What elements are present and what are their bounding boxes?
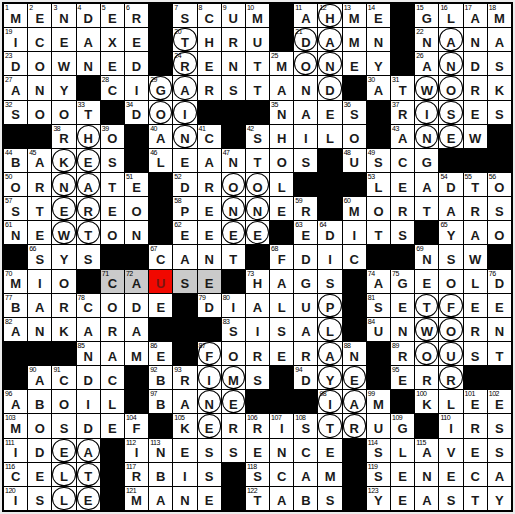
grid-cell-r3c2[interactable]: O bbox=[28, 52, 51, 75]
grid-cell-r9c20[interactable]: R bbox=[464, 197, 487, 220]
grid-cell-r12c1[interactable]: 70M bbox=[4, 270, 27, 293]
grid-cell-r5c20[interactable]: E bbox=[464, 101, 487, 124]
grid-cell-r3c6[interactable]: D bbox=[125, 52, 148, 75]
grid-cell-r5c2[interactable]: O bbox=[28, 101, 51, 124]
grid-cell-r16c11[interactable]: S bbox=[246, 366, 269, 389]
grid-cell-r1c10[interactable]: 9U bbox=[222, 4, 245, 27]
grid-cell-r10c3[interactable]: W bbox=[52, 221, 75, 244]
grid-cell-r10c10[interactable]: E bbox=[222, 221, 245, 244]
grid-cell-r9c1[interactable]: 57S bbox=[4, 197, 27, 220]
grid-cell-r15c21[interactable]: T bbox=[488, 342, 511, 365]
grid-cell-r10c6[interactable]: N bbox=[125, 221, 148, 244]
grid-cell-r14c13[interactable]: A bbox=[294, 318, 317, 341]
grid-cell-r16c7[interactable]: 92B bbox=[149, 366, 172, 389]
grid-cell-r4c7[interactable]: 29G bbox=[149, 76, 172, 99]
grid-cell-r15c7[interactable]: 86E bbox=[149, 342, 172, 365]
grid-cell-r19c9[interactable]: S bbox=[198, 439, 221, 462]
grid-cell-r12c21[interactable]: 76D bbox=[488, 270, 511, 293]
grid-cell-r7c11[interactable]: T bbox=[246, 149, 269, 172]
grid-cell-r2c10[interactable]: R bbox=[222, 28, 245, 51]
grid-cell-r16c13[interactable]: 94D bbox=[294, 366, 317, 389]
grid-cell-r6c5[interactable]: 39O bbox=[101, 125, 124, 148]
grid-cell-r5c13[interactable]: A bbox=[294, 101, 317, 124]
grid-cell-r13c4[interactable]: 78C bbox=[77, 294, 100, 317]
grid-cell-r8c8[interactable]: 52D bbox=[173, 173, 196, 196]
grid-cell-r13c1[interactable]: 77B bbox=[4, 294, 27, 317]
grid-cell-r4c18[interactable]: W bbox=[415, 76, 438, 99]
grid-cell-r3c16[interactable]: Y bbox=[367, 52, 390, 75]
grid-cell-r18c13[interactable]: 108S bbox=[294, 414, 317, 437]
grid-cell-r11c10[interactable]: T bbox=[222, 245, 245, 268]
grid-cell-r8c1[interactable]: 50O bbox=[4, 173, 27, 196]
grid-cell-r5c18[interactable]: I bbox=[415, 101, 438, 124]
grid-cell-r19c2[interactable]: D bbox=[28, 439, 51, 462]
grid-cell-r15c12[interactable]: E bbox=[270, 342, 293, 365]
grid-cell-r6c4[interactable]: H bbox=[77, 125, 100, 148]
grid-cell-r7c10[interactable]: 47N bbox=[222, 149, 245, 172]
grid-cell-r20c9[interactable]: S bbox=[198, 463, 221, 486]
grid-cell-r9c12[interactable]: E bbox=[270, 197, 293, 220]
grid-cell-r9c2[interactable]: T bbox=[28, 197, 51, 220]
grid-cell-r11c14[interactable]: I bbox=[318, 245, 341, 268]
grid-cell-r13c3[interactable]: R bbox=[52, 294, 75, 317]
grid-cell-r20c12[interactable]: C bbox=[270, 463, 293, 486]
grid-cell-r19c17[interactable]: L bbox=[391, 439, 414, 462]
grid-cell-r18c15[interactable]: R bbox=[343, 414, 366, 437]
grid-cell-r4c10[interactable]: S bbox=[222, 76, 245, 99]
grid-cell-r3c11[interactable]: T bbox=[246, 52, 269, 75]
grid-cell-r1c21[interactable]: 18M bbox=[488, 4, 511, 27]
grid-cell-r9c3[interactable]: E bbox=[52, 197, 75, 220]
grid-cell-r13c2[interactable]: A bbox=[28, 294, 51, 317]
grid-cell-r19c10[interactable]: S bbox=[222, 439, 245, 462]
grid-cell-r6c9[interactable]: 41C bbox=[198, 125, 221, 148]
grid-cell-r19c12[interactable]: N bbox=[270, 439, 293, 462]
grid-cell-r7c18[interactable]: G bbox=[415, 149, 438, 172]
grid-cell-r9c10[interactable]: N bbox=[222, 197, 245, 220]
grid-cell-r14c19[interactable]: O bbox=[439, 318, 462, 341]
grid-cell-r17c5[interactable]: L bbox=[101, 390, 124, 413]
grid-cell-r8c16[interactable]: 53L bbox=[367, 173, 390, 196]
grid-cell-r20c19[interactable]: E bbox=[439, 463, 462, 486]
grid-cell-r13c9[interactable]: 79D bbox=[198, 294, 221, 317]
grid-cell-r21c16[interactable]: 123Y bbox=[367, 487, 390, 510]
grid-cell-r17c19[interactable]: L bbox=[439, 390, 462, 413]
grid-cell-r1c15[interactable]: 13M bbox=[343, 4, 366, 27]
grid-cell-r7c1[interactable]: 44B bbox=[4, 149, 27, 172]
grid-cell-r21c12[interactable]: A bbox=[270, 487, 293, 510]
grid-cell-r16c18[interactable]: R bbox=[415, 366, 438, 389]
grid-cell-r20c3[interactable]: L bbox=[52, 463, 75, 486]
grid-cell-r17c15[interactable]: A bbox=[343, 390, 366, 413]
grid-cell-r18c11[interactable]: 106R bbox=[246, 414, 269, 437]
grid-cell-r4c13[interactable]: N bbox=[294, 76, 317, 99]
grid-cell-r2c21[interactable]: A bbox=[488, 28, 511, 51]
grid-cell-r17c18[interactable]: 100K bbox=[415, 390, 438, 413]
grid-cell-r9c9[interactable]: E bbox=[198, 197, 221, 220]
grid-cell-r7c13[interactable]: S bbox=[294, 149, 317, 172]
grid-cell-r6c8[interactable]: N bbox=[173, 125, 196, 148]
grid-cell-r5c19[interactable]: S bbox=[439, 101, 462, 124]
grid-cell-r19c6[interactable]: 112I bbox=[125, 439, 148, 462]
grid-cell-r7c12[interactable]: O bbox=[270, 149, 293, 172]
grid-cell-r20c4[interactable]: T bbox=[77, 463, 100, 486]
grid-cell-r7c5[interactable]: S bbox=[101, 149, 124, 172]
grid-cell-r5c6[interactable]: 34D bbox=[125, 101, 148, 124]
grid-cell-r2c13[interactable]: 21D bbox=[294, 28, 317, 51]
grid-cell-r4c11[interactable]: T bbox=[246, 76, 269, 99]
grid-cell-r12c13[interactable]: G bbox=[294, 270, 317, 293]
grid-cell-r20c17[interactable]: E bbox=[391, 463, 414, 486]
grid-cell-r2c6[interactable]: E bbox=[125, 28, 148, 51]
grid-cell-r18c14[interactable]: T bbox=[318, 414, 341, 437]
grid-cell-r13c6[interactable]: D bbox=[125, 294, 148, 317]
grid-cell-r20c14[interactable]: M bbox=[318, 463, 341, 486]
grid-cell-r12c19[interactable]: O bbox=[439, 270, 462, 293]
grid-cell-r8c2[interactable]: R bbox=[28, 173, 51, 196]
grid-cell-r2c2[interactable]: C bbox=[28, 28, 51, 51]
grid-cell-r21c9[interactable]: E bbox=[198, 487, 221, 510]
grid-cell-r2c5[interactable]: X bbox=[101, 28, 124, 51]
grid-cell-r20c11[interactable]: 118S bbox=[246, 463, 269, 486]
grid-cell-r1c6[interactable]: 6R bbox=[125, 4, 148, 27]
grid-cell-r20c20[interactable]: C bbox=[464, 463, 487, 486]
grid-cell-r3c19[interactable]: N bbox=[439, 52, 462, 75]
grid-cell-r18c6[interactable]: 104F bbox=[125, 414, 148, 437]
grid-cell-r21c8[interactable]: N bbox=[173, 487, 196, 510]
grid-cell-r12c5[interactable]: 71C bbox=[101, 270, 124, 293]
grid-cell-r6c17[interactable]: 43A bbox=[391, 125, 414, 148]
grid-cell-r6c20[interactable]: W bbox=[464, 125, 487, 148]
grid-cell-r2c19[interactable]: A bbox=[439, 28, 462, 51]
grid-cell-r14c1[interactable]: 82A bbox=[4, 318, 27, 341]
grid-cell-r7c7[interactable]: 46L bbox=[149, 149, 172, 172]
grid-cell-r13c14[interactable]: P bbox=[318, 294, 341, 317]
grid-cell-r3c4[interactable]: N bbox=[77, 52, 100, 75]
grid-cell-r11c3[interactable]: Y bbox=[52, 245, 75, 268]
grid-cell-r12c16[interactable]: 74A bbox=[367, 270, 390, 293]
grid-cell-r1c2[interactable]: 2E bbox=[28, 4, 51, 27]
grid-cell-r19c7[interactable]: 113N bbox=[149, 439, 172, 462]
grid-cell-r19c16[interactable]: 114S bbox=[367, 439, 390, 462]
grid-cell-r1c18[interactable]: 15G bbox=[415, 4, 438, 27]
grid-cell-r9c19[interactable]: A bbox=[439, 197, 462, 220]
grid-cell-r3c10[interactable]: N bbox=[222, 52, 245, 75]
grid-cell-r13c13[interactable]: U bbox=[294, 294, 317, 317]
grid-cell-r14c14[interactable]: L bbox=[318, 318, 341, 341]
grid-cell-r18c8[interactable]: 105K bbox=[173, 414, 196, 437]
grid-cell-r18c9[interactable]: E bbox=[198, 414, 221, 437]
grid-cell-r5c4[interactable]: 33T bbox=[77, 101, 100, 124]
grid-cell-r11c4[interactable]: S bbox=[77, 245, 100, 268]
grid-cell-r8c12[interactable]: L bbox=[270, 173, 293, 196]
grid-cell-r16c10[interactable]: M bbox=[222, 366, 245, 389]
grid-cell-r17c7[interactable]: 97B bbox=[149, 390, 172, 413]
grid-cell-r2c9[interactable]: H bbox=[198, 28, 221, 51]
grid-cell-r14c10[interactable]: 83S bbox=[222, 318, 245, 341]
grid-cell-r3c12[interactable]: 25M bbox=[270, 52, 293, 75]
grid-cell-r13c10[interactable]: 80I bbox=[222, 294, 245, 317]
grid-cell-r2c15[interactable]: M bbox=[343, 28, 366, 51]
grid-cell-r1c5[interactable]: 5E bbox=[101, 4, 124, 27]
grid-cell-r1c3[interactable]: 3N bbox=[52, 4, 75, 27]
grid-cell-r4c21[interactable]: K bbox=[488, 76, 511, 99]
grid-cell-r2c8[interactable]: 20T bbox=[173, 28, 196, 51]
grid-cell-r17c4[interactable]: I bbox=[77, 390, 100, 413]
grid-cell-r9c4[interactable]: R bbox=[77, 197, 100, 220]
grid-cell-r21c13[interactable]: B bbox=[294, 487, 317, 510]
grid-cell-r9c17[interactable]: R bbox=[391, 197, 414, 220]
grid-cell-r3c13[interactable]: O bbox=[294, 52, 317, 75]
grid-cell-r1c8[interactable]: 7S bbox=[173, 4, 196, 27]
grid-cell-r8c5[interactable]: T bbox=[101, 173, 124, 196]
grid-cell-r1c20[interactable]: 17A bbox=[464, 4, 487, 27]
grid-cell-r16c4[interactable]: D bbox=[77, 366, 100, 389]
grid-cell-r13c21[interactable]: E bbox=[488, 294, 511, 317]
grid-cell-r18c4[interactable]: D bbox=[77, 414, 100, 437]
grid-cell-r9c15[interactable]: 60M bbox=[343, 197, 366, 220]
grid-cell-r19c8[interactable]: E bbox=[173, 439, 196, 462]
grid-cell-r4c2[interactable]: N bbox=[28, 76, 51, 99]
grid-cell-r21c3[interactable]: L bbox=[52, 487, 75, 510]
grid-cell-r8c10[interactable]: O bbox=[222, 173, 245, 196]
grid-cell-r19c3[interactable]: E bbox=[52, 439, 75, 462]
grid-cell-r2c20[interactable]: N bbox=[464, 28, 487, 51]
grid-cell-r6c11[interactable]: 42S bbox=[246, 125, 269, 148]
grid-cell-r5c12[interactable]: 35N bbox=[270, 101, 293, 124]
grid-cell-r4c3[interactable]: Y bbox=[52, 76, 75, 99]
grid-cell-r21c17[interactable]: E bbox=[391, 487, 414, 510]
grid-cell-r6c12[interactable]: H bbox=[270, 125, 293, 148]
grid-cell-r3c1[interactable]: 23D bbox=[4, 52, 27, 75]
grid-cell-r17c10[interactable]: E bbox=[222, 390, 245, 413]
grid-cell-r13c20[interactable]: E bbox=[464, 294, 487, 317]
grid-cell-r16c9[interactable]: I bbox=[198, 366, 221, 389]
grid-cell-r3c21[interactable]: S bbox=[488, 52, 511, 75]
grid-cell-r3c15[interactable]: E bbox=[343, 52, 366, 75]
grid-cell-r18c16[interactable]: U bbox=[367, 414, 390, 437]
grid-cell-r11c2[interactable]: 66S bbox=[28, 245, 51, 268]
grid-cell-r17c8[interactable]: A bbox=[173, 390, 196, 413]
grid-cell-r13c11[interactable]: A bbox=[246, 294, 269, 317]
grid-cell-r3c8[interactable]: 24R bbox=[173, 52, 196, 75]
grid-cell-r2c14[interactable]: A bbox=[318, 28, 341, 51]
grid-cell-r9c5[interactable]: E bbox=[101, 197, 124, 220]
grid-cell-r1c14[interactable]: 12H bbox=[318, 4, 341, 27]
grid-cell-r3c9[interactable]: E bbox=[198, 52, 221, 75]
grid-cell-r19c14[interactable]: E bbox=[318, 439, 341, 462]
grid-cell-r5c15[interactable]: 36S bbox=[343, 101, 366, 124]
grid-cell-r6c14[interactable]: L bbox=[318, 125, 341, 148]
grid-cell-r1c13[interactable]: 11A bbox=[294, 4, 317, 27]
grid-cell-r15c14[interactable]: A bbox=[318, 342, 341, 365]
grid-cell-r12c11[interactable]: 73H bbox=[246, 270, 269, 293]
grid-cell-r10c19[interactable]: 65Y bbox=[439, 221, 462, 244]
grid-cell-r12c8[interactable]: S bbox=[173, 270, 196, 293]
grid-cell-r17c14[interactable]: 98I bbox=[318, 390, 341, 413]
grid-cell-r1c19[interactable]: 16L bbox=[439, 4, 462, 27]
grid-cell-r12c18[interactable]: E bbox=[415, 270, 438, 293]
grid-cell-r19c21[interactable]: S bbox=[488, 439, 511, 462]
grid-cell-r9c18[interactable]: T bbox=[415, 197, 438, 220]
grid-cell-r20c7[interactable]: B bbox=[149, 463, 172, 486]
grid-cell-r15c10[interactable]: O bbox=[222, 342, 245, 365]
grid-cell-r14c3[interactable]: K bbox=[52, 318, 75, 341]
grid-cell-r18c20[interactable]: R bbox=[464, 414, 487, 437]
grid-cell-r7c8[interactable]: E bbox=[173, 149, 196, 172]
grid-cell-r16c14[interactable]: Y bbox=[318, 366, 341, 389]
grid-cell-r11c15[interactable]: C bbox=[343, 245, 366, 268]
grid-cell-r11c18[interactable]: 69N bbox=[415, 245, 438, 268]
grid-cell-r16c2[interactable]: 90A bbox=[28, 366, 51, 389]
grid-cell-r16c3[interactable]: 91C bbox=[52, 366, 75, 389]
grid-cell-r20c21[interactable]: A bbox=[488, 463, 511, 486]
grid-cell-r8c21[interactable]: 56O bbox=[488, 173, 511, 196]
grid-cell-r12c17[interactable]: 75G bbox=[391, 270, 414, 293]
grid-cell-r18c5[interactable]: E bbox=[101, 414, 124, 437]
grid-cell-r10c5[interactable]: O bbox=[101, 221, 124, 244]
grid-cell-r21c7[interactable]: A bbox=[149, 487, 172, 510]
grid-cell-r4c8[interactable]: A bbox=[173, 76, 196, 99]
grid-cell-r18c1[interactable]: 103M bbox=[4, 414, 27, 437]
grid-cell-r4c1[interactable]: 27A bbox=[4, 76, 27, 99]
grid-cell-r19c11[interactable]: E bbox=[246, 439, 269, 462]
grid-cell-r3c3[interactable]: W bbox=[52, 52, 75, 75]
grid-cell-r4c19[interactable]: O bbox=[439, 76, 462, 99]
grid-cell-r10c20[interactable]: A bbox=[464, 221, 487, 244]
grid-cell-r7c2[interactable]: 45A bbox=[28, 149, 51, 172]
grid-cell-r16c17[interactable]: 95E bbox=[391, 366, 414, 389]
grid-cell-r6c18[interactable]: N bbox=[415, 125, 438, 148]
grid-cell-r5c1[interactable]: 32S bbox=[4, 101, 27, 124]
grid-cell-r21c21[interactable]: Y bbox=[488, 487, 511, 510]
grid-cell-r10c14[interactable]: 64D bbox=[318, 221, 341, 244]
grid-cell-r8c4[interactable]: A bbox=[77, 173, 100, 196]
grid-cell-r10c17[interactable]: S bbox=[391, 221, 414, 244]
grid-cell-r14c18[interactable]: W bbox=[415, 318, 438, 341]
grid-cell-r5c14[interactable]: E bbox=[318, 101, 341, 124]
grid-cell-r6c13[interactable]: I bbox=[294, 125, 317, 148]
grid-cell-r1c4[interactable]: 4D bbox=[77, 4, 100, 27]
grid-cell-r7c16[interactable]: 49S bbox=[367, 149, 390, 172]
grid-cell-r15c13[interactable]: R bbox=[294, 342, 317, 365]
grid-cell-r10c13[interactable]: 63E bbox=[294, 221, 317, 244]
grid-cell-r9c6[interactable]: O bbox=[125, 197, 148, 220]
grid-cell-r17c9[interactable]: N bbox=[198, 390, 221, 413]
grid-cell-r13c12[interactable]: L bbox=[270, 294, 293, 317]
grid-cell-r14c20[interactable]: R bbox=[464, 318, 487, 341]
grid-cell-r21c20[interactable]: T bbox=[464, 487, 487, 510]
grid-cell-r18c17[interactable]: 109G bbox=[391, 414, 414, 437]
grid-cell-r12c2[interactable]: I bbox=[28, 270, 51, 293]
grid-cell-r16c8[interactable]: 93R bbox=[173, 366, 196, 389]
grid-cell-r21c6[interactable]: 121M bbox=[125, 487, 148, 510]
grid-cell-r11c8[interactable]: A bbox=[173, 245, 196, 268]
grid-cell-r6c7[interactable]: 40A bbox=[149, 125, 172, 148]
grid-cell-r10c9[interactable]: E bbox=[198, 221, 221, 244]
grid-cell-r12c14[interactable]: S bbox=[318, 270, 341, 293]
grid-cell-r13c19[interactable]: F bbox=[439, 294, 462, 317]
grid-cell-r14c11[interactable]: I bbox=[246, 318, 269, 341]
grid-cell-r14c2[interactable]: N bbox=[28, 318, 51, 341]
grid-cell-r11c7[interactable]: 67C bbox=[149, 245, 172, 268]
grid-cell-r7c15[interactable]: 48U bbox=[343, 149, 366, 172]
grid-cell-r5c8[interactable]: I bbox=[173, 101, 196, 124]
grid-cell-r2c16[interactable]: N bbox=[367, 28, 390, 51]
grid-cell-r21c4[interactable]: E bbox=[77, 487, 100, 510]
grid-cell-r2c1[interactable]: 19I bbox=[4, 28, 27, 51]
grid-cell-r14c4[interactable]: A bbox=[77, 318, 100, 341]
grid-cell-r2c4[interactable]: A bbox=[77, 28, 100, 51]
grid-cell-r20c8[interactable]: I bbox=[173, 463, 196, 486]
grid-cell-r11c19[interactable]: S bbox=[439, 245, 462, 268]
grid-cell-r4c9[interactable]: R bbox=[198, 76, 221, 99]
grid-cell-r17c20[interactable]: 101E bbox=[464, 390, 487, 413]
grid-cell-r9c13[interactable]: 59R bbox=[294, 197, 317, 220]
grid-cell-r11c12[interactable]: 68F bbox=[270, 245, 293, 268]
grid-cell-r19c4[interactable]: A bbox=[77, 439, 100, 462]
grid-cell-r14c5[interactable]: R bbox=[101, 318, 124, 341]
grid-cell-r16c15[interactable]: E bbox=[343, 366, 366, 389]
grid-cell-r20c2[interactable]: E bbox=[28, 463, 51, 486]
grid-cell-r9c11[interactable]: N bbox=[246, 197, 269, 220]
grid-cell-r9c8[interactable]: 58P bbox=[173, 197, 196, 220]
grid-cell-r17c2[interactable]: B bbox=[28, 390, 51, 413]
grid-cell-r8c19[interactable]: 54D bbox=[439, 173, 462, 196]
grid-cell-r15c17[interactable]: 89R bbox=[391, 342, 414, 365]
grid-cell-r12c3[interactable]: O bbox=[52, 270, 75, 293]
grid-cell-r18c2[interactable]: O bbox=[28, 414, 51, 437]
grid-cell-r6c15[interactable]: O bbox=[343, 125, 366, 148]
grid-cell-r9c16[interactable]: O bbox=[367, 197, 390, 220]
grid-cell-r10c21[interactable]: O bbox=[488, 221, 511, 244]
grid-cell-r8c9[interactable]: R bbox=[198, 173, 221, 196]
grid-cell-r20c16[interactable]: 119S bbox=[367, 463, 390, 486]
grid-cell-r8c11[interactable]: O bbox=[246, 173, 269, 196]
grid-cell-r16c5[interactable]: C bbox=[101, 366, 124, 389]
grid-cell-r17c16[interactable]: 99M bbox=[367, 390, 390, 413]
grid-cell-r5c21[interactable]: S bbox=[488, 101, 511, 124]
grid-cell-r5c3[interactable]: O bbox=[52, 101, 75, 124]
grid-cell-r10c1[interactable]: 61N bbox=[4, 221, 27, 244]
grid-cell-r8c6[interactable]: 51E bbox=[125, 173, 148, 196]
grid-cell-r13c17[interactable]: E bbox=[391, 294, 414, 317]
grid-cell-r20c1[interactable]: 116C bbox=[4, 463, 27, 486]
grid-cell-r18c12[interactable]: 107I bbox=[270, 414, 293, 437]
grid-cell-r10c2[interactable]: E bbox=[28, 221, 51, 244]
grid-cell-r3c14[interactable]: N bbox=[318, 52, 341, 75]
grid-cell-r18c3[interactable]: S bbox=[52, 414, 75, 437]
grid-cell-r14c12[interactable]: S bbox=[270, 318, 293, 341]
grid-cell-r10c4[interactable]: T bbox=[77, 221, 100, 244]
grid-cell-r2c11[interactable]: U bbox=[246, 28, 269, 51]
grid-cell-r15c5[interactable]: A bbox=[101, 342, 124, 365]
grid-cell-r10c16[interactable]: T bbox=[367, 221, 390, 244]
grid-cell-r13c7[interactable]: E bbox=[149, 294, 172, 317]
grid-cell-r19c19[interactable]: V bbox=[439, 439, 462, 462]
grid-cell-r12c7[interactable]: U bbox=[149, 270, 172, 293]
grid-cell-r12c6[interactable]: 72A bbox=[125, 270, 148, 293]
grid-cell-r18c19[interactable]: 110I bbox=[439, 414, 462, 437]
grid-cell-r1c9[interactable]: 8C bbox=[198, 4, 221, 27]
grid-cell-r21c1[interactable]: 120I bbox=[4, 487, 27, 510]
grid-cell-r21c11[interactable]: 122T bbox=[246, 487, 269, 510]
grid-cell-r4c6[interactable]: I bbox=[125, 76, 148, 99]
grid-cell-r14c17[interactable]: N bbox=[391, 318, 414, 341]
grid-cell-r13c16[interactable]: 81S bbox=[367, 294, 390, 317]
grid-cell-r7c4[interactable]: E bbox=[77, 149, 100, 172]
grid-cell-r11c13[interactable]: D bbox=[294, 245, 317, 268]
